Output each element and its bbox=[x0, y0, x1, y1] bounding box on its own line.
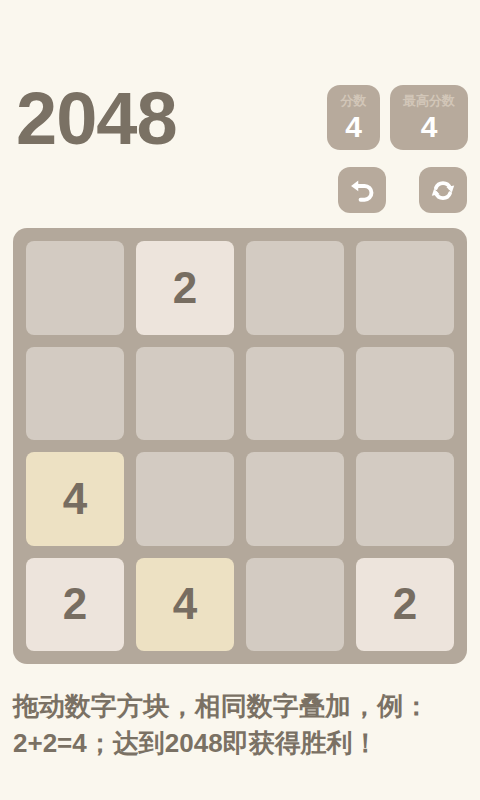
score-box: 分数 4 bbox=[327, 85, 380, 150]
restart-button[interactable] bbox=[419, 167, 467, 213]
best-score-box: 最高分数 4 bbox=[390, 85, 468, 150]
instructions-text: 拖动数字方块，相同数字叠加，例： 2+2=4；达到2048即获得胜利！ bbox=[13, 688, 467, 762]
undo-button[interactable] bbox=[338, 167, 386, 213]
tile-4[interactable]: 4 bbox=[136, 558, 234, 652]
best-score-value: 4 bbox=[421, 112, 438, 142]
refresh-arrows-icon bbox=[429, 176, 457, 204]
tile-2[interactable]: 2 bbox=[26, 558, 124, 652]
best-score-label: 最高分数 bbox=[403, 94, 455, 107]
tile-2[interactable]: 2 bbox=[356, 558, 454, 652]
tile-2[interactable]: 2 bbox=[136, 241, 234, 335]
tile-4[interactable]: 4 bbox=[26, 452, 124, 546]
empty-cell bbox=[356, 347, 454, 441]
empty-cell bbox=[136, 347, 234, 441]
empty-cell bbox=[356, 241, 454, 335]
empty-cell bbox=[246, 452, 344, 546]
game-board[interactable]: 24242 bbox=[13, 228, 467, 664]
score-panel: 分数 4 最高分数 4 bbox=[327, 85, 468, 150]
empty-cell bbox=[356, 452, 454, 546]
instructions-line1: 拖动数字方块，相同数字叠加，例： bbox=[13, 688, 467, 725]
instructions-line2: 2+2=4；达到2048即获得胜利！ bbox=[13, 725, 467, 762]
empty-cell bbox=[246, 558, 344, 652]
app-title: 2048 bbox=[16, 82, 177, 156]
empty-cell bbox=[246, 347, 344, 441]
control-buttons bbox=[338, 167, 467, 213]
score-label: 分数 bbox=[341, 94, 367, 107]
undo-arrow-icon bbox=[348, 176, 376, 204]
empty-cell bbox=[136, 452, 234, 546]
empty-cell bbox=[246, 241, 344, 335]
score-value: 4 bbox=[345, 112, 362, 142]
empty-cell bbox=[26, 241, 124, 335]
empty-cell bbox=[26, 347, 124, 441]
